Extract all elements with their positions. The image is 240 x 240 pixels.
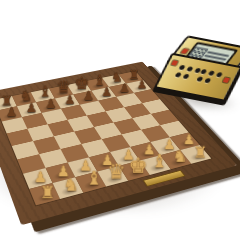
black-pawn[interactable]: ♟ xyxy=(41,97,61,109)
square-a5[interactable] xyxy=(7,129,33,146)
black-pawn[interactable]: ♟ xyxy=(79,90,99,102)
keypad-button[interactable] xyxy=(178,64,185,70)
black-pawn[interactable]: ♟ xyxy=(115,82,134,94)
black-pawn[interactable]: ♟ xyxy=(60,93,80,105)
keypad-button[interactable] xyxy=(186,66,193,72)
white-rook[interactable]: ♜ xyxy=(189,145,212,160)
white-rook[interactable]: ♜ xyxy=(35,184,60,201)
black-pawn[interactable]: ♟ xyxy=(1,106,22,119)
product-photo: ♜♞♝♛♚♝♞♜♟♟♟♟♟♟♟♟♟♟♟♟♟♟♟♟♜♞♝♛♚♝♞♜ xyxy=(0,0,240,240)
white-bishop[interactable]: ♝ xyxy=(148,153,171,171)
keypad-button[interactable] xyxy=(196,76,203,82)
black-pawn[interactable]: ♟ xyxy=(21,101,41,114)
square-f4[interactable] xyxy=(113,118,141,134)
keypad-button[interactable] xyxy=(200,68,207,74)
keypad-button[interactable] xyxy=(174,72,181,78)
white-king[interactable]: ♚ xyxy=(126,155,150,176)
keypad-button[interactable] xyxy=(215,71,222,77)
keypad-button[interactable] xyxy=(204,77,211,83)
white-bishop[interactable]: ♝ xyxy=(82,170,106,188)
white-knight[interactable]: ♞ xyxy=(168,149,191,165)
right-red-button[interactable] xyxy=(223,77,230,83)
white-knight[interactable]: ♞ xyxy=(59,177,84,195)
white-queen[interactable]: ♛ xyxy=(104,162,128,183)
keypad-button[interactable] xyxy=(208,70,215,76)
right-keypad xyxy=(194,67,225,86)
square-h4[interactable] xyxy=(151,110,179,126)
black-pawn[interactable]: ♟ xyxy=(97,86,116,98)
keypad-button[interactable] xyxy=(182,73,189,79)
black-pawn[interactable]: ♟ xyxy=(132,78,151,90)
